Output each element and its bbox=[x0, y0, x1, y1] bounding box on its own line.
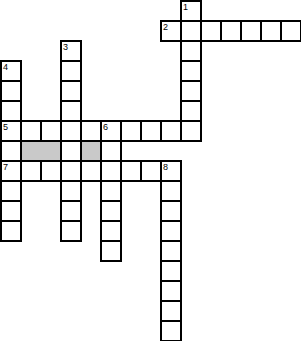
cell-r6c1[interactable] bbox=[20, 120, 42, 142]
cell-r7c5[interactable] bbox=[100, 140, 122, 162]
cell-r8c6[interactable] bbox=[120, 160, 142, 182]
cell-r11c5[interactable] bbox=[100, 220, 122, 242]
cell-r12c8[interactable] bbox=[160, 240, 182, 262]
cell-r10c0[interactable] bbox=[0, 200, 22, 222]
cell-r1c14[interactable] bbox=[280, 20, 301, 42]
cell-r15c8[interactable] bbox=[160, 300, 182, 322]
cell-r6c7[interactable] bbox=[140, 120, 162, 142]
cell-r10c5[interactable] bbox=[100, 200, 122, 222]
cell-r5c3[interactable] bbox=[60, 100, 82, 122]
cell-r9c3[interactable] bbox=[60, 180, 82, 202]
cell-r16c8[interactable] bbox=[160, 320, 182, 341]
cell-r8c0[interactable] bbox=[0, 160, 22, 182]
cell-r11c8[interactable] bbox=[160, 220, 182, 242]
cell-r8c3[interactable] bbox=[60, 160, 82, 182]
cell-r3c9[interactable] bbox=[180, 60, 202, 82]
cell-r11c0[interactable] bbox=[0, 220, 22, 242]
cell-r10c8[interactable] bbox=[160, 200, 182, 222]
cell-r6c0[interactable] bbox=[0, 120, 22, 142]
cell-r8c1[interactable] bbox=[20, 160, 42, 182]
cell-r6c8[interactable] bbox=[160, 120, 182, 142]
cell-r6c6[interactable] bbox=[120, 120, 142, 142]
cell-r3c3[interactable] bbox=[60, 60, 82, 82]
cell-r5c9[interactable] bbox=[180, 100, 202, 122]
cell-r4c3[interactable] bbox=[60, 80, 82, 102]
cell-r9c5[interactable] bbox=[100, 180, 122, 202]
cell-r2c3[interactable] bbox=[60, 40, 82, 62]
cell-r8c2[interactable] bbox=[40, 160, 62, 182]
cell-r10c3[interactable] bbox=[60, 200, 82, 222]
cell-r9c8[interactable] bbox=[160, 180, 182, 202]
cell-r8c5[interactable] bbox=[100, 160, 122, 182]
cell-r1c11[interactable] bbox=[220, 20, 242, 42]
cell-r1c9[interactable] bbox=[180, 20, 202, 42]
cell-r1c13[interactable] bbox=[260, 20, 282, 42]
cell-r6c2[interactable] bbox=[40, 120, 62, 142]
cell-r14c8[interactable] bbox=[160, 280, 182, 302]
cell-r11c3[interactable] bbox=[60, 220, 82, 242]
cell-r4c9[interactable] bbox=[180, 80, 202, 102]
cell-r8c7[interactable] bbox=[140, 160, 162, 182]
cell-r8c8[interactable] bbox=[160, 160, 182, 182]
crossword-board: 12345678 bbox=[0, 0, 301, 341]
cell-r4c0[interactable] bbox=[0, 80, 22, 102]
cell-r13c8[interactable] bbox=[160, 260, 182, 282]
cell-r3c0[interactable] bbox=[0, 60, 22, 82]
cell-r2c9[interactable] bbox=[180, 40, 202, 62]
cell-r6c9[interactable] bbox=[180, 120, 202, 142]
blocked-cell-r7c4 bbox=[80, 140, 102, 162]
cell-r9c0[interactable] bbox=[0, 180, 22, 202]
cell-r1c12[interactable] bbox=[240, 20, 262, 42]
cell-r6c4[interactable] bbox=[80, 120, 102, 142]
cell-r8c4[interactable] bbox=[80, 160, 102, 182]
cell-r1c8[interactable] bbox=[160, 20, 182, 42]
cell-r0c9[interactable] bbox=[180, 0, 202, 22]
cell-r7c3[interactable] bbox=[60, 140, 82, 162]
blocked-cell-r7c1 bbox=[20, 140, 62, 162]
cell-r6c5[interactable] bbox=[100, 120, 122, 142]
cell-r5c0[interactable] bbox=[0, 100, 22, 122]
cell-r7c0[interactable] bbox=[0, 140, 22, 162]
cell-r12c5[interactable] bbox=[100, 240, 122, 262]
cell-r1c10[interactable] bbox=[200, 20, 222, 42]
cell-r6c3[interactable] bbox=[60, 120, 82, 142]
